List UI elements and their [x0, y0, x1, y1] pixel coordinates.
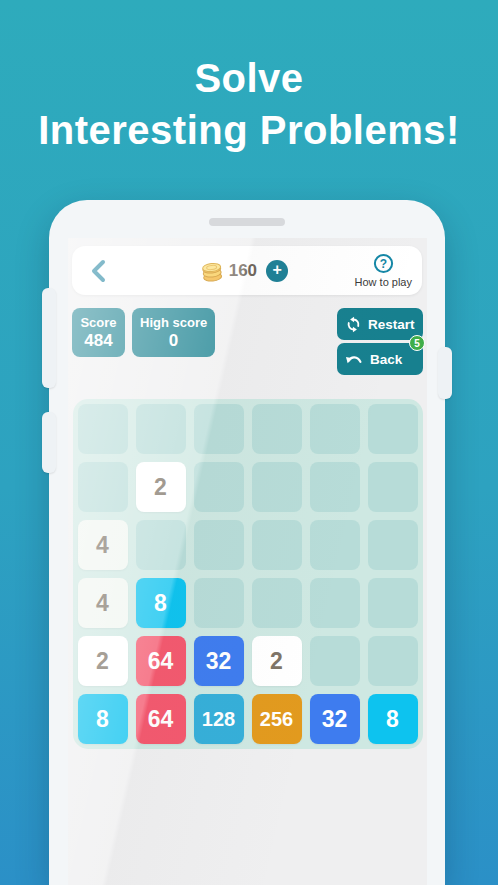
chevron-left-icon [88, 258, 110, 284]
question-icon: ? [373, 253, 394, 274]
score-badge: Score 484 [72, 308, 125, 357]
high-score-badge: High score 0 [132, 308, 215, 357]
back-label: Back [370, 352, 402, 367]
cell-r1c4 [252, 404, 302, 454]
volume-down-button [42, 412, 56, 473]
cell-r3c4 [252, 520, 302, 570]
undo-count-badge: 5 [409, 335, 425, 351]
action-buttons: Restart Back 5 [337, 308, 423, 375]
coin-counter: 160 + [200, 260, 288, 282]
cell-r4c5 [310, 578, 360, 628]
cell-r1c6 [368, 404, 418, 454]
tile-2-r2c2: 2 [136, 462, 186, 512]
volume-up-button [42, 288, 56, 388]
app-screen: 160 + ? How to play Score [68, 238, 427, 885]
banner-title: Solve Interesting Problems! [0, 52, 498, 156]
cell-r3c5 [310, 520, 360, 570]
app-bar: 160 + ? How to play [72, 246, 422, 295]
phone-frame: 160 + ? How to play Score [49, 200, 445, 885]
cell-r2c5 [310, 462, 360, 512]
tile-4-r3c1: 4 [78, 520, 128, 570]
how-to-play-label: How to play [355, 276, 412, 288]
tile-32-r6c5: 32 [310, 694, 360, 744]
high-score-label: High score [140, 315, 207, 331]
tile-4-r4c1: 4 [78, 578, 128, 628]
undo-arrow-icon [345, 352, 364, 367]
cell-r3c3 [194, 520, 244, 570]
tile-32-r5c3: 32 [194, 636, 244, 686]
high-score-value: 0 [169, 331, 178, 351]
tile-2-r5c1: 2 [78, 636, 128, 686]
score-value: 484 [84, 331, 112, 351]
undo-back-button[interactable]: Back 5 [337, 343, 423, 375]
cell-r1c2 [136, 404, 186, 454]
restart-button[interactable]: Restart [337, 308, 423, 340]
cell-r3c2 [136, 520, 186, 570]
phone-speaker [209, 218, 285, 226]
board[interactable]: 2448264322864128256328 [73, 399, 423, 749]
cell-r2c1 [78, 462, 128, 512]
cell-r3c6 [368, 520, 418, 570]
refresh-icon [345, 316, 362, 333]
cell-r1c3 [194, 404, 244, 454]
cell-r2c6 [368, 462, 418, 512]
coin-stack-icon [200, 260, 224, 282]
svg-text:?: ? [380, 257, 387, 271]
power-button [438, 347, 452, 399]
cell-r1c5 [310, 404, 360, 454]
tile-8-r4c2: 8 [136, 578, 186, 628]
add-coins-button[interactable]: + [266, 260, 288, 282]
restart-label: Restart [368, 317, 415, 332]
tile-128-r6c3: 128 [194, 694, 244, 744]
cell-r4c6 [368, 578, 418, 628]
cell-r5c6 [368, 636, 418, 686]
cell-r5c5 [310, 636, 360, 686]
tile-64-r5c2: 64 [136, 636, 186, 686]
back-navigation-button[interactable] [88, 258, 110, 284]
tile-8-r6c1: 8 [78, 694, 128, 744]
tile-256-r6c4: 256 [252, 694, 302, 744]
cell-r2c3 [194, 462, 244, 512]
banner-line-2: Interesting Problems! [0, 104, 498, 156]
tile-64-r6c2: 64 [136, 694, 186, 744]
banner-line-1: Solve [0, 52, 498, 104]
cell-r4c4 [252, 578, 302, 628]
tile-8-r6c6: 8 [368, 694, 418, 744]
hud-row: Score 484 High score 0 Re [72, 308, 423, 375]
coin-count: 160 [229, 261, 257, 281]
score-label: Score [80, 315, 116, 331]
plus-icon: + [272, 262, 281, 278]
cell-r4c3 [194, 578, 244, 628]
cell-r1c1 [78, 404, 128, 454]
page-background: Solve Interesting Problems! [0, 0, 498, 885]
how-to-play-button[interactable]: ? How to play [355, 253, 412, 288]
tile-2-r5c4: 2 [252, 636, 302, 686]
cell-r2c4 [252, 462, 302, 512]
